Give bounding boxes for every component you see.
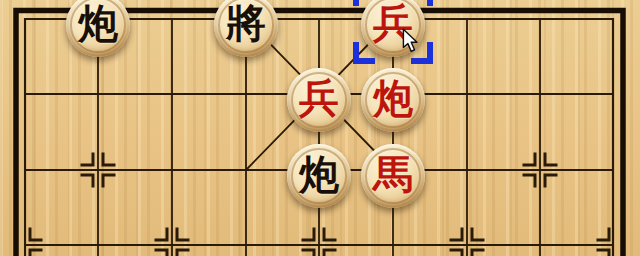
black-cannon-glyph: 炮 xyxy=(78,3,118,43)
red-soldier-glyph: 兵 xyxy=(373,3,413,43)
black-general-glyph: 將 xyxy=(226,3,266,43)
xiangqi-board[interactable]: 炮將兵兵炮炮馬 xyxy=(0,0,640,256)
red-horse-glyph: 馬 xyxy=(373,154,413,194)
piece-black-cannon[interactable]: 炮 xyxy=(287,144,351,208)
piece-red-cannon[interactable]: 炮 xyxy=(361,68,425,132)
red-cannon-glyph: 炮 xyxy=(373,78,413,118)
red-soldier-glyph: 兵 xyxy=(299,78,339,118)
piece-red-soldier[interactable]: 兵 xyxy=(287,68,351,132)
piece-red-horse[interactable]: 馬 xyxy=(361,144,425,208)
black-cannon-glyph: 炮 xyxy=(299,154,339,194)
